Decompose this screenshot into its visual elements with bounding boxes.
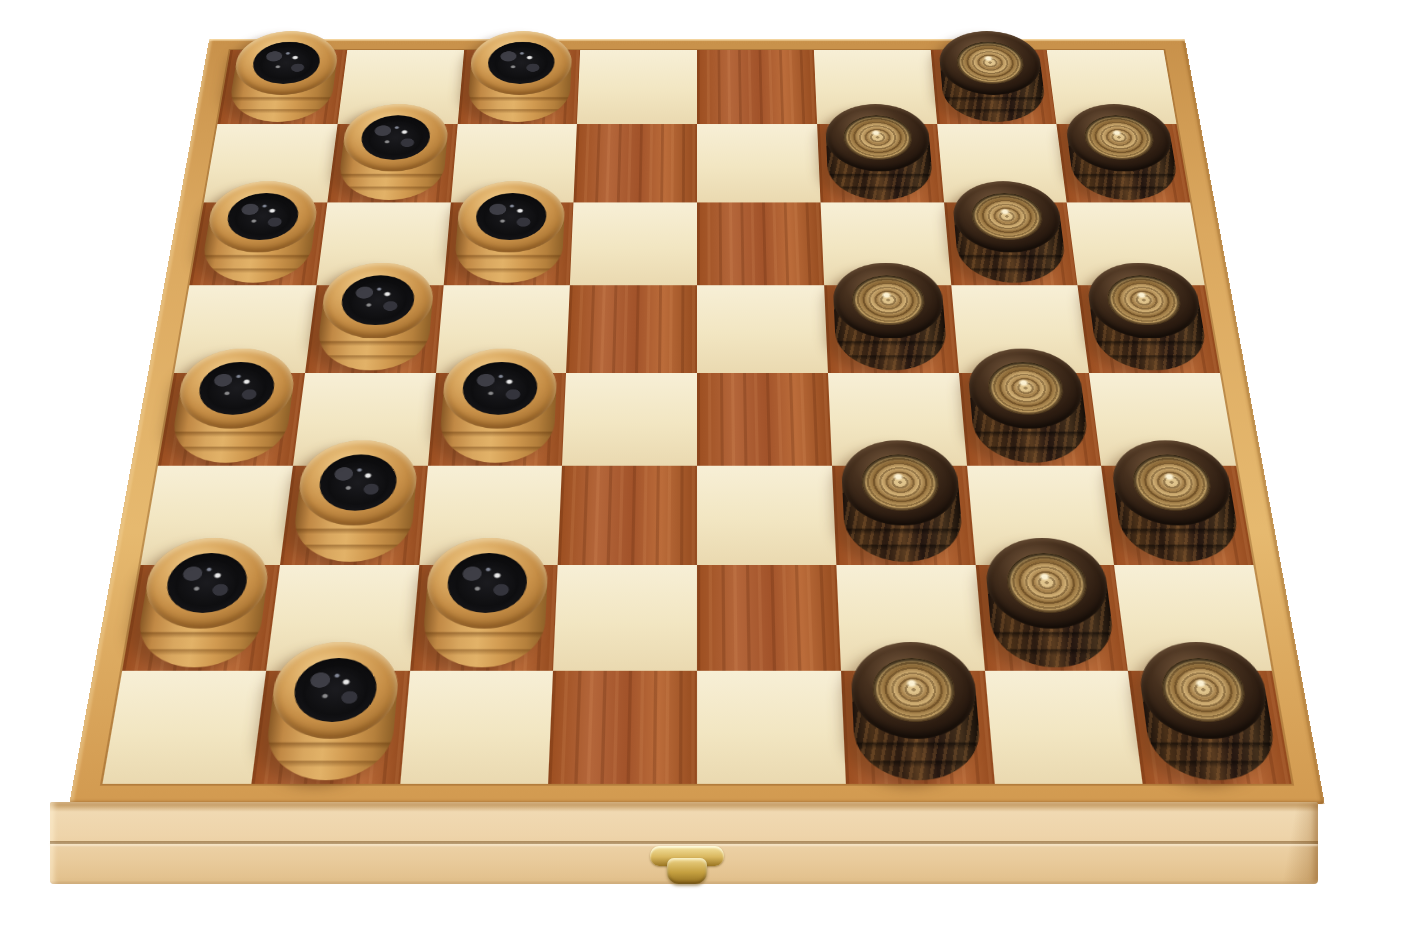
light-checker-c5[interactable]: ⛀ xyxy=(437,349,558,463)
dark-checker-g7[interactable]: ⛂ xyxy=(983,538,1118,667)
black-crystal-inlay xyxy=(359,115,432,159)
light-checker-a5[interactable]: ⛀ xyxy=(168,349,299,463)
black-crystal-inlay xyxy=(250,42,323,84)
light-checker-b4[interactable]: ⛀ xyxy=(315,263,437,370)
square-a8[interactable] xyxy=(102,671,265,784)
square-g8[interactable] xyxy=(984,671,1142,784)
brass-medallion-inlay xyxy=(860,455,940,511)
brass-medallion-inlay xyxy=(1104,275,1184,325)
photo-scene: ⛀⛀⛂⛀⛂⛂⛀⛀⛂⛀⛂⛂⛀⛀⛂⛀⛂⛂⛀⛀⛂⛀⛂⛂ xyxy=(0,0,1422,932)
brass-medallion-inlay xyxy=(969,193,1044,240)
dark-checker-g5[interactable]: ⛂ xyxy=(966,349,1092,463)
checkers-board: ⛀⛀⛂⛀⛂⛂⛀⛀⛂⛀⛂⛂⛀⛀⛂⛀⛂⛂⛀⛀⛂⛀⛂⛂ xyxy=(69,39,1325,804)
black-crystal-inlay xyxy=(196,362,278,415)
brass-medallion-inlay xyxy=(842,115,913,159)
black-crystal-inlay xyxy=(461,362,539,415)
dark-checker-g1[interactable]: ⛂ xyxy=(937,31,1048,122)
square-g1[interactable]: ⛂ xyxy=(930,50,1056,124)
square-e2[interactable] xyxy=(697,124,820,202)
brass-medallion-inlay xyxy=(1129,455,1214,511)
board-frame: ⛀⛀⛂⛀⛂⛂⛀⛀⛂⛀⛂⛂⛀⛀⛂⛀⛂⛂⛀⛀⛂⛀⛂⛂ xyxy=(69,39,1325,804)
square-d5[interactable] xyxy=(562,373,697,466)
square-g7[interactable]: ⛂ xyxy=(975,565,1128,671)
brass-medallion-inlay xyxy=(1004,553,1090,613)
black-crystal-inlay xyxy=(339,275,417,325)
light-checker-b2[interactable]: ⛀ xyxy=(336,104,450,200)
black-crystal-inlay xyxy=(163,553,251,613)
square-e5[interactable] xyxy=(697,373,832,466)
square-c3[interactable]: ⛀ xyxy=(443,202,574,285)
black-crystal-inlay xyxy=(291,658,380,722)
square-a1[interactable]: ⛀ xyxy=(217,50,347,124)
dark-checker-f2[interactable]: ⛂ xyxy=(825,104,935,200)
brass-clasp-hook xyxy=(667,858,707,884)
square-e8[interactable] xyxy=(697,671,846,784)
square-e6[interactable] xyxy=(697,466,836,565)
square-f8[interactable]: ⛂ xyxy=(841,671,995,784)
square-b2[interactable]: ⛀ xyxy=(327,124,457,202)
square-d1[interactable] xyxy=(577,50,697,124)
brass-medallion-inlay xyxy=(986,362,1066,415)
black-crystal-inlay xyxy=(316,455,399,511)
brass-medallion-inlay xyxy=(955,42,1026,84)
light-checker-b8[interactable]: ⛀ xyxy=(262,642,402,780)
dark-checker-h6[interactable]: ⛂ xyxy=(1108,441,1243,562)
square-b8[interactable]: ⛀ xyxy=(251,671,409,784)
square-e4[interactable] xyxy=(697,285,828,373)
square-d6[interactable] xyxy=(558,466,697,565)
light-checker-a3[interactable]: ⛀ xyxy=(199,181,321,282)
square-d2[interactable] xyxy=(574,124,697,202)
square-b4[interactable]: ⛀ xyxy=(305,285,443,373)
square-c5[interactable]: ⛀ xyxy=(427,373,566,466)
dark-checker-h2[interactable]: ⛂ xyxy=(1063,104,1181,200)
box-lid-seam xyxy=(50,841,1318,844)
black-crystal-inlay xyxy=(474,193,547,240)
square-c8[interactable] xyxy=(400,671,554,784)
square-e7[interactable] xyxy=(697,565,841,671)
square-d8[interactable] xyxy=(548,671,697,784)
dark-checker-f4[interactable]: ⛂ xyxy=(832,263,949,370)
square-a3[interactable]: ⛀ xyxy=(189,202,327,285)
square-g3[interactable]: ⛂ xyxy=(944,202,1078,285)
square-h4[interactable]: ⛂ xyxy=(1078,285,1220,373)
light-checker-c1[interactable]: ⛀ xyxy=(466,31,573,122)
dark-checker-f8[interactable]: ⛂ xyxy=(850,642,984,780)
square-f6[interactable]: ⛂ xyxy=(832,466,975,565)
black-crystal-inlay xyxy=(445,553,528,613)
square-h8[interactable]: ⛂ xyxy=(1128,671,1291,784)
black-crystal-inlay xyxy=(486,42,555,84)
square-d7[interactable] xyxy=(553,565,697,671)
brass-medallion-inlay xyxy=(1081,115,1156,159)
square-d4[interactable] xyxy=(566,285,697,373)
brass-clasp xyxy=(650,846,724,886)
square-f2[interactable]: ⛂ xyxy=(817,124,944,202)
square-a5[interactable]: ⛀ xyxy=(158,373,305,466)
brass-medallion-inlay xyxy=(871,658,957,722)
square-c1[interactable]: ⛀ xyxy=(457,50,580,124)
box-front-panel xyxy=(50,802,1318,884)
square-e1[interactable] xyxy=(697,50,817,124)
square-h6[interactable]: ⛂ xyxy=(1101,466,1253,565)
square-g5[interactable]: ⛂ xyxy=(958,373,1101,466)
brass-medallion-inlay xyxy=(1158,658,1249,722)
square-c7[interactable]: ⛀ xyxy=(410,565,558,671)
square-d3[interactable] xyxy=(570,202,697,285)
dark-checker-h4[interactable]: ⛂ xyxy=(1084,263,1210,370)
light-checker-a7[interactable]: ⛀ xyxy=(133,538,273,667)
dark-checker-h8[interactable]: ⛂ xyxy=(1135,642,1281,780)
black-crystal-inlay xyxy=(224,193,301,240)
brass-medallion-inlay xyxy=(851,275,926,325)
light-checker-c3[interactable]: ⛀ xyxy=(453,181,566,282)
light-checker-b6[interactable]: ⛀ xyxy=(290,441,420,562)
square-a7[interactable]: ⛀ xyxy=(122,565,280,671)
board-grid: ⛀⛀⛂⛀⛂⛂⛀⛀⛂⛀⛂⛂⛀⛀⛂⛀⛂⛂⛀⛀⛂⛀⛂⛂ xyxy=(102,50,1291,784)
light-checker-a1[interactable]: ⛀ xyxy=(226,31,341,122)
dark-checker-g3[interactable]: ⛂ xyxy=(950,181,1068,282)
square-e3[interactable] xyxy=(697,202,824,285)
square-h2[interactable]: ⛂ xyxy=(1057,124,1191,202)
square-f4[interactable]: ⛂ xyxy=(824,285,959,373)
dark-checker-f6[interactable]: ⛂ xyxy=(840,441,965,562)
light-checker-c7[interactable]: ⛀ xyxy=(420,538,549,667)
square-b6[interactable]: ⛀ xyxy=(280,466,428,565)
